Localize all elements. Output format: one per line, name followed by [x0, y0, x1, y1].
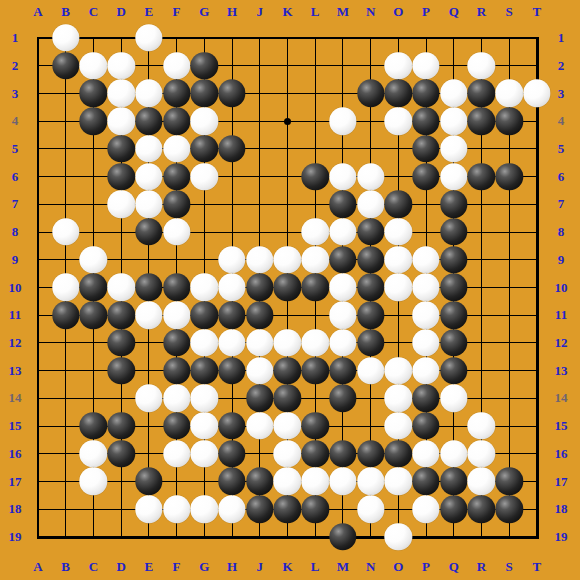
black-stone-P17[interactable] — [412, 468, 439, 495]
board-intersection-N17[interactable] — [357, 468, 385, 496]
white-stone-N13[interactable] — [357, 357, 384, 384]
board-intersection-F7[interactable] — [163, 190, 191, 218]
board-intersection-L15[interactable] — [301, 412, 329, 440]
black-stone-P15[interactable] — [412, 412, 439, 439]
black-stone-G2[interactable] — [191, 52, 218, 79]
board-intersection-H14[interactable] — [218, 384, 246, 412]
board-intersection-A13[interactable] — [24, 357, 52, 385]
black-stone-Q8[interactable] — [440, 218, 467, 245]
board-intersection-G14[interactable] — [190, 384, 218, 412]
board-intersection-O10[interactable] — [384, 274, 412, 302]
white-stone-R17[interactable] — [468, 468, 495, 495]
board-intersection-B12[interactable] — [52, 329, 80, 357]
white-stone-J9[interactable] — [246, 246, 273, 273]
board-intersection-A7[interactable] — [24, 190, 52, 218]
board-intersection-J15[interactable] — [246, 412, 274, 440]
black-stone-M19[interactable] — [329, 523, 356, 550]
board-intersection-Q15[interactable] — [440, 412, 468, 440]
white-stone-P10[interactable] — [412, 274, 439, 301]
board-intersection-L11[interactable] — [301, 301, 329, 329]
board-intersection-F11[interactable] — [163, 301, 191, 329]
board-intersection-F16[interactable] — [163, 440, 191, 468]
board-intersection-G17[interactable] — [190, 468, 218, 496]
black-stone-Q12[interactable] — [440, 329, 467, 356]
board-intersection-T5[interactable] — [523, 135, 551, 163]
board-intersection-A10[interactable] — [24, 274, 52, 302]
board-intersection-S19[interactable] — [495, 523, 523, 551]
white-stone-P9[interactable] — [412, 246, 439, 273]
board-intersection-A18[interactable] — [24, 495, 52, 523]
board-intersection-C3[interactable] — [80, 80, 108, 108]
board-intersection-F5[interactable] — [163, 135, 191, 163]
white-stone-C2[interactable] — [80, 52, 107, 79]
board-intersection-B15[interactable] — [52, 412, 80, 440]
board-intersection-N12[interactable] — [357, 329, 385, 357]
white-stone-P18[interactable] — [412, 496, 439, 523]
black-stone-R18[interactable] — [468, 496, 495, 523]
board-intersection-N18[interactable] — [357, 495, 385, 523]
board-intersection-B11[interactable] — [52, 301, 80, 329]
board-intersection-O18[interactable] — [384, 495, 412, 523]
white-stone-G16[interactable] — [191, 440, 218, 467]
black-stone-S18[interactable] — [496, 496, 523, 523]
white-stone-L8[interactable] — [301, 218, 328, 245]
board-intersection-F6[interactable] — [163, 163, 191, 191]
board-intersection-B4[interactable] — [52, 107, 80, 135]
black-stone-N11[interactable] — [357, 301, 384, 328]
white-stone-D2[interactable] — [107, 52, 134, 79]
black-stone-J11[interactable] — [246, 301, 273, 328]
white-stone-J15[interactable] — [246, 412, 273, 439]
board-intersection-F10[interactable] — [163, 274, 191, 302]
white-stone-G15[interactable] — [191, 412, 218, 439]
board-intersection-E3[interactable] — [135, 80, 163, 108]
white-stone-R16[interactable] — [468, 440, 495, 467]
black-stone-N8[interactable] — [357, 218, 384, 245]
board-intersection-M7[interactable] — [329, 190, 357, 218]
board-intersection-Q17[interactable] — [440, 468, 468, 496]
board-intersection-L7[interactable] — [301, 190, 329, 218]
board-intersection-Q2[interactable] — [440, 52, 468, 80]
board-intersection-Q16[interactable] — [440, 440, 468, 468]
board-intersection-Q3[interactable] — [440, 80, 468, 108]
board-intersection-P12[interactable] — [412, 329, 440, 357]
board-intersection-M11[interactable] — [329, 301, 357, 329]
black-stone-F6[interactable] — [163, 163, 190, 190]
board-intersection-B16[interactable] — [52, 440, 80, 468]
board-intersection-N14[interactable] — [357, 384, 385, 412]
board-intersection-K12[interactable] — [274, 329, 302, 357]
board-intersection-B6[interactable] — [52, 163, 80, 191]
board-intersection-S13[interactable] — [495, 357, 523, 385]
white-stone-Q14[interactable] — [440, 385, 467, 412]
board-intersection-M19[interactable] — [329, 523, 357, 551]
board-intersection-Q4[interactable] — [440, 107, 468, 135]
board-intersection-Q18[interactable] — [440, 495, 468, 523]
board-intersection-H16[interactable] — [218, 440, 246, 468]
board-intersection-D7[interactable] — [107, 190, 135, 218]
white-stone-J12[interactable] — [246, 329, 273, 356]
board-intersection-D9[interactable] — [107, 246, 135, 274]
black-stone-G3[interactable] — [191, 80, 218, 107]
black-stone-F12[interactable] — [163, 329, 190, 356]
board-intersection-P16[interactable] — [412, 440, 440, 468]
board-intersection-D19[interactable] — [107, 523, 135, 551]
board-intersection-B17[interactable] — [52, 468, 80, 496]
board-intersection-T12[interactable] — [523, 329, 551, 357]
board-intersection-P7[interactable] — [412, 190, 440, 218]
board-intersection-E10[interactable] — [135, 274, 163, 302]
board-intersection-D2[interactable] — [107, 52, 135, 80]
board-intersection-K6[interactable] — [274, 163, 302, 191]
board-intersection-G13[interactable] — [190, 357, 218, 385]
white-stone-H12[interactable] — [218, 329, 245, 356]
white-stone-F16[interactable] — [163, 440, 190, 467]
board-intersection-T8[interactable] — [523, 218, 551, 246]
black-stone-O7[interactable] — [385, 191, 412, 218]
board-intersection-H11[interactable] — [218, 301, 246, 329]
board-intersection-M18[interactable] — [329, 495, 357, 523]
black-stone-H13[interactable] — [218, 357, 245, 384]
board-intersection-N9[interactable] — [357, 246, 385, 274]
board-intersection-B10[interactable] — [52, 274, 80, 302]
white-stone-G4[interactable] — [191, 107, 218, 134]
board-intersection-L12[interactable] — [301, 329, 329, 357]
board-intersection-D11[interactable] — [107, 301, 135, 329]
board-intersection-L13[interactable] — [301, 357, 329, 385]
white-stone-L17[interactable] — [301, 468, 328, 495]
board-intersection-C13[interactable] — [80, 357, 108, 385]
board-intersection-F8[interactable] — [163, 218, 191, 246]
board-intersection-N5[interactable] — [357, 135, 385, 163]
board-intersection-R1[interactable] — [468, 24, 496, 52]
white-stone-H10[interactable] — [218, 274, 245, 301]
board-intersection-C14[interactable] — [80, 384, 108, 412]
board-intersection-M10[interactable] — [329, 274, 357, 302]
board-intersection-R8[interactable] — [468, 218, 496, 246]
white-stone-M4[interactable] — [329, 107, 356, 134]
board-intersection-H17[interactable] — [218, 468, 246, 496]
black-stone-Q9[interactable] — [440, 246, 467, 273]
white-stone-N6[interactable] — [357, 163, 384, 190]
board-intersection-J9[interactable] — [246, 246, 274, 274]
board-intersection-N2[interactable] — [357, 52, 385, 80]
black-stone-J10[interactable] — [246, 274, 273, 301]
board-intersection-R6[interactable] — [468, 163, 496, 191]
board-intersection-T15[interactable] — [523, 412, 551, 440]
board-intersection-G4[interactable] — [190, 107, 218, 135]
board-intersection-O6[interactable] — [384, 163, 412, 191]
board-intersection-T17[interactable] — [523, 468, 551, 496]
black-stone-P3[interactable] — [412, 80, 439, 107]
black-stone-P14[interactable] — [412, 385, 439, 412]
white-stone-N17[interactable] — [357, 468, 384, 495]
board-intersection-S11[interactable] — [495, 301, 523, 329]
board-intersection-G18[interactable] — [190, 495, 218, 523]
white-stone-F18[interactable] — [163, 496, 190, 523]
board-intersection-H7[interactable] — [218, 190, 246, 218]
board-intersection-J3[interactable] — [246, 80, 274, 108]
white-stone-E14[interactable] — [135, 385, 162, 412]
board-intersection-L4[interactable] — [301, 107, 329, 135]
black-stone-E17[interactable] — [135, 468, 162, 495]
board-intersection-N3[interactable] — [357, 80, 385, 108]
board-intersection-P19[interactable] — [412, 523, 440, 551]
black-stone-P6[interactable] — [412, 163, 439, 190]
board-intersection-E4[interactable] — [135, 107, 163, 135]
black-stone-B2[interactable] — [52, 52, 79, 79]
board-intersection-D1[interactable] — [107, 24, 135, 52]
board-intersection-O13[interactable] — [384, 357, 412, 385]
black-stone-P4[interactable] — [412, 107, 439, 134]
white-stone-O19[interactable] — [385, 523, 412, 550]
black-stone-G13[interactable] — [191, 357, 218, 384]
board-intersection-J10[interactable] — [246, 274, 274, 302]
board-intersection-A11[interactable] — [24, 301, 52, 329]
black-stone-Q7[interactable] — [440, 191, 467, 218]
board-intersection-B9[interactable] — [52, 246, 80, 274]
board-intersection-J12[interactable] — [246, 329, 274, 357]
white-stone-S3[interactable] — [496, 80, 523, 107]
board-intersection-L8[interactable] — [301, 218, 329, 246]
black-stone-L15[interactable] — [301, 412, 328, 439]
white-stone-Q4[interactable] — [440, 107, 467, 134]
board-intersection-G8[interactable] — [190, 218, 218, 246]
board-intersection-K17[interactable] — [274, 468, 302, 496]
board-intersection-K2[interactable] — [274, 52, 302, 80]
board-intersection-A3[interactable] — [24, 80, 52, 108]
board-intersection-O5[interactable] — [384, 135, 412, 163]
board-intersection-A6[interactable] — [24, 163, 52, 191]
white-stone-O8[interactable] — [385, 218, 412, 245]
white-stone-K12[interactable] — [274, 329, 301, 356]
black-stone-J14[interactable] — [246, 385, 273, 412]
black-stone-H16[interactable] — [218, 440, 245, 467]
board-intersection-G9[interactable] — [190, 246, 218, 274]
board-intersection-O4[interactable] — [384, 107, 412, 135]
board-intersection-O19[interactable] — [384, 523, 412, 551]
board-intersection-H3[interactable] — [218, 80, 246, 108]
board-intersection-F9[interactable] — [163, 246, 191, 274]
board-intersection-R16[interactable] — [468, 440, 496, 468]
board-intersection-P4[interactable] — [412, 107, 440, 135]
white-stone-F8[interactable] — [163, 218, 190, 245]
board-intersection-H5[interactable] — [218, 135, 246, 163]
board-intersection-S10[interactable] — [495, 274, 523, 302]
board-intersection-A16[interactable] — [24, 440, 52, 468]
board-intersection-T3[interactable] — [523, 80, 551, 108]
black-stone-Q10[interactable] — [440, 274, 467, 301]
white-stone-G6[interactable] — [191, 163, 218, 190]
board-intersection-P14[interactable] — [412, 384, 440, 412]
board-intersection-K3[interactable] — [274, 80, 302, 108]
board-intersection-J4[interactable] — [246, 107, 274, 135]
black-stone-H3[interactable] — [218, 80, 245, 107]
board-intersection-R12[interactable] — [468, 329, 496, 357]
board-intersection-M6[interactable] — [329, 163, 357, 191]
board-intersection-J14[interactable] — [246, 384, 274, 412]
board-intersection-T1[interactable] — [523, 24, 551, 52]
board-intersection-Q10[interactable] — [440, 274, 468, 302]
board-intersection-D13[interactable] — [107, 357, 135, 385]
black-stone-J17[interactable] — [246, 468, 273, 495]
board-intersection-S7[interactable] — [495, 190, 523, 218]
board-intersection-F13[interactable] — [163, 357, 191, 385]
board-intersection-S17[interactable] — [495, 468, 523, 496]
board-intersection-J1[interactable] — [246, 24, 274, 52]
board-intersection-Q14[interactable] — [440, 384, 468, 412]
board-intersection-L1[interactable] — [301, 24, 329, 52]
board-intersection-M2[interactable] — [329, 52, 357, 80]
black-stone-O3[interactable] — [385, 80, 412, 107]
board-intersection-B7[interactable] — [52, 190, 80, 218]
board-intersection-F14[interactable] — [163, 384, 191, 412]
black-stone-L16[interactable] — [301, 440, 328, 467]
board-intersection-C19[interactable] — [80, 523, 108, 551]
board-intersection-F12[interactable] — [163, 329, 191, 357]
board-intersection-B19[interactable] — [52, 523, 80, 551]
white-stone-G12[interactable] — [191, 329, 218, 356]
board-intersection-N11[interactable] — [357, 301, 385, 329]
board-intersection-Q5[interactable] — [440, 135, 468, 163]
board-intersection-F2[interactable] — [163, 52, 191, 80]
board-intersection-H19[interactable] — [218, 523, 246, 551]
board-intersection-H9[interactable] — [218, 246, 246, 274]
white-stone-B10[interactable] — [52, 274, 79, 301]
board-intersection-D16[interactable] — [107, 440, 135, 468]
black-stone-Q11[interactable] — [440, 301, 467, 328]
black-stone-D15[interactable] — [107, 412, 134, 439]
board-intersection-N13[interactable] — [357, 357, 385, 385]
board-intersection-P3[interactable] — [412, 80, 440, 108]
black-stone-E8[interactable] — [135, 218, 162, 245]
board-intersection-H6[interactable] — [218, 163, 246, 191]
board-intersection-G12[interactable] — [190, 329, 218, 357]
white-stone-D4[interactable] — [107, 107, 134, 134]
white-stone-Q6[interactable] — [440, 163, 467, 190]
board-intersection-K15[interactable] — [274, 412, 302, 440]
board-intersection-S18[interactable] — [495, 495, 523, 523]
board-intersection-O9[interactable] — [384, 246, 412, 274]
black-stone-R4[interactable] — [468, 107, 495, 134]
board-intersection-T9[interactable] — [523, 246, 551, 274]
board-intersection-C15[interactable] — [80, 412, 108, 440]
board-intersection-C4[interactable] — [80, 107, 108, 135]
black-stone-L10[interactable] — [301, 274, 328, 301]
board-intersection-L16[interactable] — [301, 440, 329, 468]
white-stone-E5[interactable] — [135, 135, 162, 162]
board-intersection-J5[interactable] — [246, 135, 274, 163]
white-stone-E11[interactable] — [135, 301, 162, 328]
board-intersection-A5[interactable] — [24, 135, 52, 163]
white-stone-D7[interactable] — [107, 191, 134, 218]
white-stone-R15[interactable] — [468, 412, 495, 439]
board-intersection-P1[interactable] — [412, 24, 440, 52]
board-intersection-J11[interactable] — [246, 301, 274, 329]
board-intersection-Q1[interactable] — [440, 24, 468, 52]
board-intersection-O1[interactable] — [384, 24, 412, 52]
board-intersection-R3[interactable] — [468, 80, 496, 108]
board-intersection-B13[interactable] — [52, 357, 80, 385]
black-stone-E10[interactable] — [135, 274, 162, 301]
board-intersection-B18[interactable] — [52, 495, 80, 523]
board-intersection-N15[interactable] — [357, 412, 385, 440]
board-intersection-E5[interactable] — [135, 135, 163, 163]
black-stone-F15[interactable] — [163, 412, 190, 439]
white-stone-O13[interactable] — [385, 357, 412, 384]
black-stone-N3[interactable] — [357, 80, 384, 107]
white-stone-Q3[interactable] — [440, 80, 467, 107]
board-intersection-S4[interactable] — [495, 107, 523, 135]
black-stone-H11[interactable] — [218, 301, 245, 328]
black-stone-G5[interactable] — [191, 135, 218, 162]
board-intersection-E9[interactable] — [135, 246, 163, 274]
board-intersection-J8[interactable] — [246, 218, 274, 246]
white-stone-B1[interactable] — [52, 24, 79, 51]
board-intersection-E8[interactable] — [135, 218, 163, 246]
board-intersection-F3[interactable] — [163, 80, 191, 108]
board-intersection-F19[interactable] — [163, 523, 191, 551]
board-intersection-T18[interactable] — [523, 495, 551, 523]
board-intersection-E1[interactable] — [135, 24, 163, 52]
board-intersection-H2[interactable] — [218, 52, 246, 80]
white-stone-C16[interactable] — [80, 440, 107, 467]
board-intersection-R13[interactable] — [468, 357, 496, 385]
board-intersection-K10[interactable] — [274, 274, 302, 302]
white-stone-L9[interactable] — [301, 246, 328, 273]
board-intersection-H15[interactable] — [218, 412, 246, 440]
board-intersection-F4[interactable] — [163, 107, 191, 135]
white-stone-J13[interactable] — [246, 357, 273, 384]
board-intersection-N6[interactable] — [357, 163, 385, 191]
black-stone-K14[interactable] — [274, 385, 301, 412]
board-intersection-T11[interactable] — [523, 301, 551, 329]
white-stone-K15[interactable] — [274, 412, 301, 439]
board-intersection-R9[interactable] — [468, 246, 496, 274]
board-intersection-L5[interactable] — [301, 135, 329, 163]
white-stone-K16[interactable] — [274, 440, 301, 467]
board-intersection-R4[interactable] — [468, 107, 496, 135]
white-stone-Q16[interactable] — [440, 440, 467, 467]
board-intersection-J7[interactable] — [246, 190, 274, 218]
board-intersection-G11[interactable] — [190, 301, 218, 329]
board-intersection-M5[interactable] — [329, 135, 357, 163]
board-intersection-H13[interactable] — [218, 357, 246, 385]
board-intersection-J19[interactable] — [246, 523, 274, 551]
white-stone-N7[interactable] — [357, 191, 384, 218]
white-stone-K9[interactable] — [274, 246, 301, 273]
board-intersection-D12[interactable] — [107, 329, 135, 357]
board-intersection-R19[interactable] — [468, 523, 496, 551]
white-stone-P2[interactable] — [412, 52, 439, 79]
black-stone-S17[interactable] — [496, 468, 523, 495]
board-intersection-C5[interactable] — [80, 135, 108, 163]
black-stone-E4[interactable] — [135, 107, 162, 134]
white-stone-B8[interactable] — [52, 218, 79, 245]
black-stone-B11[interactable] — [52, 301, 79, 328]
board-intersection-R5[interactable] — [468, 135, 496, 163]
board-intersection-J6[interactable] — [246, 163, 274, 191]
board-intersection-G3[interactable] — [190, 80, 218, 108]
board-intersection-L3[interactable] — [301, 80, 329, 108]
board-intersection-Q12[interactable] — [440, 329, 468, 357]
board-intersection-D6[interactable] — [107, 163, 135, 191]
black-stone-F4[interactable] — [163, 107, 190, 134]
black-stone-N12[interactable] — [357, 329, 384, 356]
board-intersection-E16[interactable] — [135, 440, 163, 468]
black-stone-D13[interactable] — [107, 357, 134, 384]
board-intersection-D5[interactable] — [107, 135, 135, 163]
